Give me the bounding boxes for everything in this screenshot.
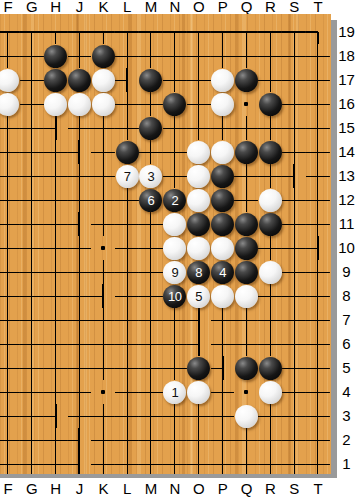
- point-O12[interactable]: [306, 260, 330, 284]
- black-stone[interactable]: [211, 165, 234, 188]
- point-T12[interactable]: [91, 284, 115, 308]
- point-M15[interactable]: [20, 164, 44, 188]
- point-K8[interactable]: [44, 380, 68, 404]
- point-R12[interactable]: [44, 284, 68, 308]
- point-K6[interactable]: [187, 428, 211, 452]
- white-stone-move-1[interactable]: 1: [163, 381, 186, 404]
- column-label-M: M: [145, 478, 158, 499]
- point-H17[interactable]: [258, 68, 282, 92]
- point-P13[interactable]: [115, 236, 139, 260]
- white-stone[interactable]: [235, 405, 258, 428]
- point-Q16[interactable]: [0, 140, 20, 164]
- point-H9[interactable]: [258, 332, 282, 356]
- point-S9[interactable]: [163, 356, 187, 380]
- point-Q18[interactable]: [282, 44, 306, 68]
- point-P9[interactable]: [91, 356, 115, 380]
- point-L11[interactable]: [0, 308, 20, 332]
- point-J17[interactable]: [282, 68, 306, 92]
- point-T17[interactable]: [44, 116, 68, 140]
- point-O5[interactable]: [282, 452, 306, 474]
- point-J10[interactable]: [282, 308, 306, 332]
- point-J6[interactable]: [163, 428, 187, 452]
- point-P8[interactable]: [282, 380, 306, 404]
- point-H7[interactable]: [115, 404, 139, 428]
- white-stone[interactable]: [187, 165, 210, 188]
- black-stone[interactable]: [235, 69, 258, 92]
- point-S7[interactable]: [44, 428, 68, 452]
- point-T9[interactable]: [211, 356, 235, 380]
- point-R17[interactable]: [0, 116, 20, 140]
- point-H6[interactable]: [139, 428, 163, 452]
- point-H18[interactable]: [68, 44, 92, 68]
- black-stone[interactable]: [259, 93, 282, 116]
- point-N6[interactable]: [258, 428, 282, 452]
- point-P7[interactable]: [306, 404, 330, 428]
- point-O7[interactable]: [282, 404, 306, 428]
- point-F11[interactable]: [115, 284, 139, 308]
- point-F15[interactable]: [91, 140, 115, 164]
- point-S14[interactable]: [44, 212, 68, 236]
- point-J18[interactable]: [115, 44, 139, 68]
- point-F9[interactable]: [211, 332, 235, 356]
- point-K10[interactable]: [306, 308, 330, 332]
- black-stone[interactable]: [235, 213, 258, 236]
- point-N8[interactable]: [139, 380, 163, 404]
- column-label-P: P: [218, 478, 228, 499]
- column-label-M: M: [145, 0, 158, 14]
- point-Q6[interactable]: [0, 452, 20, 474]
- white-stone[interactable]: [211, 141, 234, 164]
- white-stone[interactable]: [92, 93, 115, 116]
- point-H15[interactable]: [163, 140, 187, 164]
- point-T19[interactable]: [306, 20, 330, 44]
- point-L9[interactable]: [0, 356, 20, 380]
- column-label-J: J: [76, 0, 84, 14]
- point-R13[interactable]: [258, 236, 282, 260]
- point-N7[interactable]: [258, 404, 282, 428]
- point-O19[interactable]: [187, 20, 211, 44]
- white-stone[interactable]: [187, 237, 210, 260]
- point-G10[interactable]: [234, 308, 258, 332]
- point-K5[interactable]: [187, 452, 211, 474]
- row-label-19: 19: [337, 24, 356, 40]
- row-label-10: 10: [337, 240, 356, 256]
- point-M10[interactable]: [20, 332, 44, 356]
- point-H14[interactable]: [20, 188, 44, 212]
- point-F5[interactable]: [91, 452, 115, 474]
- point-T16[interactable]: [68, 140, 92, 164]
- black-stone[interactable]: [163, 93, 186, 116]
- point-R18[interactable]: [306, 44, 330, 68]
- point-H10[interactable]: [258, 308, 282, 332]
- point-G5[interactable]: [115, 452, 139, 474]
- point-K13[interactable]: [306, 212, 330, 236]
- point-M8[interactable]: [115, 380, 139, 404]
- point-L12[interactable]: [115, 260, 139, 284]
- black-stone[interactable]: [235, 261, 258, 284]
- point-M18[interactable]: [187, 44, 211, 68]
- point-S13[interactable]: [282, 236, 306, 260]
- point-Q17[interactable]: [306, 92, 330, 116]
- white-stone-move-7[interactable]: 7: [116, 165, 139, 188]
- point-N5[interactable]: [258, 452, 282, 474]
- point-S15[interactable]: [258, 164, 282, 188]
- point-R8[interactable]: [0, 404, 20, 428]
- white-stone[interactable]: [163, 213, 186, 236]
- point-K11[interactable]: [306, 284, 330, 308]
- move-number-label: 5: [195, 290, 202, 303]
- white-stone[interactable]: [187, 381, 210, 404]
- point-P6[interactable]: [306, 428, 330, 452]
- point-O10[interactable]: [68, 332, 92, 356]
- white-stone[interactable]: [92, 69, 115, 92]
- point-T14[interactable]: [68, 212, 92, 236]
- point-L6[interactable]: [211, 428, 235, 452]
- black-stone[interactable]: [116, 141, 139, 164]
- black-stone[interactable]: [211, 213, 234, 236]
- black-stone[interactable]: [92, 45, 115, 68]
- row-label-15: 15: [337, 120, 356, 136]
- point-O9[interactable]: [68, 356, 92, 380]
- black-stone[interactable]: [259, 357, 282, 380]
- point-S17[interactable]: [20, 116, 44, 140]
- point-M7[interactable]: [211, 404, 235, 428]
- black-stone-move-6[interactable]: 6: [139, 189, 162, 212]
- white-stone[interactable]: [235, 285, 258, 308]
- white-stone[interactable]: [259, 381, 282, 404]
- white-stone[interactable]: [0, 69, 19, 92]
- point-S8[interactable]: [20, 404, 44, 428]
- point-O16[interactable]: [282, 116, 306, 140]
- point-H12[interactable]: [44, 260, 68, 284]
- point-P5[interactable]: [306, 452, 330, 474]
- row-label-4: 4: [337, 384, 356, 400]
- column-label-L: L: [123, 478, 131, 499]
- white-stone[interactable]: [211, 93, 234, 116]
- point-N11[interactable]: [44, 308, 68, 332]
- point-K18[interactable]: [139, 44, 163, 68]
- point-H13[interactable]: [139, 212, 163, 236]
- point-M13[interactable]: [20, 236, 44, 260]
- point-P15[interactable]: [91, 164, 115, 188]
- point-G19[interactable]: [20, 20, 44, 44]
- white-stone[interactable]: [259, 189, 282, 212]
- point-Q7[interactable]: [0, 428, 20, 452]
- point-R9[interactable]: [139, 356, 163, 380]
- point-S10[interactable]: [163, 332, 187, 356]
- point-H19[interactable]: [44, 20, 68, 44]
- point-K12[interactable]: [91, 260, 115, 284]
- point-G7[interactable]: [91, 404, 115, 428]
- point-Q14[interactable]: [0, 212, 20, 236]
- column-label-P: P: [218, 0, 228, 14]
- point-L18[interactable]: [163, 44, 187, 68]
- point-T7[interactable]: [68, 428, 92, 452]
- point-N19[interactable]: [163, 20, 187, 44]
- point-R10[interactable]: [139, 332, 163, 356]
- point-M6[interactable]: [234, 428, 258, 452]
- point-T8[interactable]: [44, 404, 68, 428]
- point-Q13[interactable]: [139, 236, 163, 260]
- point-G12[interactable]: [20, 260, 44, 284]
- white-stone[interactable]: [211, 285, 234, 308]
- move-number-label: 2: [171, 194, 178, 207]
- point-F8[interactable]: [282, 356, 306, 380]
- point-T18[interactable]: [115, 68, 139, 92]
- black-stone[interactable]: [259, 141, 282, 164]
- point-R7[interactable]: [20, 428, 44, 452]
- point-N13[interactable]: [44, 236, 68, 260]
- white-stone[interactable]: [187, 189, 210, 212]
- point-P19[interactable]: [211, 20, 235, 44]
- white-stone[interactable]: [211, 69, 234, 92]
- point-G11[interactable]: [139, 284, 163, 308]
- column-label-F: F: [3, 478, 12, 499]
- point-J16[interactable]: [163, 116, 187, 140]
- point-H8[interactable]: [0, 380, 20, 404]
- point-F19[interactable]: [0, 20, 20, 44]
- point-O6[interactable]: [282, 428, 306, 452]
- point-J11[interactable]: [282, 284, 306, 308]
- point-J8[interactable]: [20, 380, 44, 404]
- point-P16[interactable]: [306, 116, 330, 140]
- point-G6[interactable]: [115, 428, 139, 452]
- point-L13[interactable]: [0, 236, 20, 260]
- column-label-Q: Q: [241, 478, 253, 499]
- point-P12[interactable]: [0, 284, 20, 308]
- black-stone[interactable]: [187, 213, 210, 236]
- point-J14[interactable]: [44, 188, 68, 212]
- white-stone-move-9[interactable]: 9: [163, 261, 186, 284]
- white-stone[interactable]: [163, 237, 186, 260]
- column-label-R: R: [265, 0, 276, 14]
- white-stone[interactable]: [44, 93, 67, 116]
- column-label-R: R: [265, 478, 276, 499]
- point-J13[interactable]: [282, 212, 306, 236]
- point-G13[interactable]: [115, 212, 139, 236]
- point-Q10[interactable]: [115, 332, 139, 356]
- black-stone[interactable]: [187, 357, 210, 380]
- board-grid: 73629841051: [0, 20, 330, 474]
- point-P14[interactable]: [306, 188, 330, 212]
- point-F10[interactable]: [211, 308, 235, 332]
- point-L15[interactable]: [0, 164, 20, 188]
- point-K19[interactable]: [91, 20, 115, 44]
- point-R14[interactable]: [20, 212, 44, 236]
- point-G15[interactable]: [139, 140, 163, 164]
- point-S6[interactable]: [44, 452, 68, 474]
- point-S19[interactable]: [282, 20, 306, 44]
- point-S18[interactable]: [20, 68, 44, 92]
- point-H5[interactable]: [139, 452, 163, 474]
- point-P11[interactable]: [91, 308, 115, 332]
- point-G9[interactable]: [234, 332, 258, 356]
- point-N17[interactable]: [139, 92, 163, 116]
- point-J5[interactable]: [163, 452, 187, 474]
- point-O8[interactable]: [211, 380, 235, 404]
- column-label-S: S: [289, 0, 299, 14]
- row-label-8: 8: [337, 288, 356, 304]
- point-F14[interactable]: [306, 164, 330, 188]
- white-stone-move-5[interactable]: 5: [187, 285, 210, 308]
- point-G8[interactable]: [306, 356, 330, 380]
- point-L8[interactable]: [68, 380, 92, 404]
- point-J15[interactable]: [282, 140, 306, 164]
- point-R6[interactable]: [20, 452, 44, 474]
- point-G14[interactable]: [0, 188, 20, 212]
- column-label-F: F: [3, 0, 12, 14]
- point-F7[interactable]: [68, 404, 92, 428]
- point-M5[interactable]: [234, 452, 258, 474]
- row-label-12: 12: [337, 192, 356, 208]
- point-H11[interactable]: [258, 284, 282, 308]
- point-K7[interactable]: [163, 404, 187, 428]
- black-stone[interactable]: [235, 237, 258, 260]
- black-stone[interactable]: [139, 69, 162, 92]
- point-M12[interactable]: [139, 260, 163, 284]
- point-O17[interactable]: [187, 92, 211, 116]
- right-coordinates: 19181716151413121110987654321: [337, 0, 356, 500]
- point-N18[interactable]: [211, 44, 235, 68]
- point-K16[interactable]: [187, 116, 211, 140]
- point-P10[interactable]: [91, 332, 115, 356]
- white-stone[interactable]: [68, 93, 91, 116]
- point-Q19[interactable]: [234, 20, 258, 44]
- point-L17[interactable]: [20, 92, 44, 116]
- point-G16[interactable]: [91, 116, 115, 140]
- point-S16[interactable]: [44, 140, 68, 164]
- black-stone[interactable]: [139, 117, 162, 140]
- go-diagram: { "game": "go", "board": { "size": 19, "…: [0, 0, 356, 500]
- point-J12[interactable]: [68, 260, 92, 284]
- point-N12[interactable]: [282, 260, 306, 284]
- point-M9[interactable]: [20, 356, 44, 380]
- point-O14[interactable]: [282, 188, 306, 212]
- point-G18[interactable]: [20, 44, 44, 68]
- point-Q11[interactable]: [115, 308, 139, 332]
- point-Q12[interactable]: [20, 284, 44, 308]
- white-stone[interactable]: [259, 261, 282, 284]
- point-O18[interactable]: [234, 44, 258, 68]
- black-stone[interactable]: [235, 357, 258, 380]
- black-stone[interactable]: [211, 189, 234, 212]
- black-stone[interactable]: [44, 45, 67, 68]
- point-M14[interactable]: [115, 188, 139, 212]
- white-stone[interactable]: [187, 141, 210, 164]
- point-Q15[interactable]: [163, 164, 187, 188]
- column-label-G: G: [26, 478, 38, 499]
- column-label-G: G: [26, 0, 38, 14]
- point-N10[interactable]: [44, 332, 68, 356]
- point-F17[interactable]: [163, 68, 187, 92]
- point-G17[interactable]: [187, 68, 211, 92]
- black-stone-move-8[interactable]: 8: [187, 261, 210, 284]
- point-R19[interactable]: [258, 20, 282, 44]
- column-label-T: T: [313, 0, 322, 14]
- star-point-Q4: [244, 390, 248, 394]
- point-L14[interactable]: [91, 188, 115, 212]
- point-O13[interactable]: [68, 236, 92, 260]
- point-F12[interactable]: [0, 260, 20, 284]
- point-M17[interactable]: [115, 92, 139, 116]
- star-point-K4: [101, 390, 105, 394]
- point-S11[interactable]: [163, 308, 187, 332]
- point-T15[interactable]: [282, 164, 306, 188]
- point-R16[interactable]: [20, 140, 44, 164]
- point-T10[interactable]: [187, 332, 211, 356]
- point-Q9[interactable]: [115, 356, 139, 380]
- column-label-Q: Q: [241, 0, 253, 14]
- point-H16[interactable]: [115, 116, 139, 140]
- black-stone[interactable]: [259, 213, 282, 236]
- black-stone[interactable]: [68, 69, 91, 92]
- move-number-label: 6: [148, 194, 155, 207]
- white-stone-move-3[interactable]: 3: [139, 165, 162, 188]
- point-L7[interactable]: [187, 404, 211, 428]
- column-label-S: S: [289, 478, 299, 499]
- point-K9[interactable]: [306, 332, 330, 356]
- point-T13[interactable]: [306, 236, 330, 260]
- point-M16[interactable]: [234, 116, 258, 140]
- point-P18[interactable]: [258, 44, 282, 68]
- point-Q8[interactable]: [306, 380, 330, 404]
- white-stone[interactable]: [0, 93, 19, 116]
- point-T11[interactable]: [187, 308, 211, 332]
- point-F18[interactable]: [0, 44, 20, 68]
- point-S12[interactable]: [68, 284, 92, 308]
- column-label-N: N: [170, 478, 181, 499]
- black-stone[interactable]: [44, 69, 67, 92]
- point-K14[interactable]: [68, 188, 92, 212]
- point-J19[interactable]: [68, 20, 92, 44]
- point-N15[interactable]: [44, 164, 68, 188]
- column-label-N: N: [170, 0, 181, 14]
- point-K15[interactable]: [306, 140, 330, 164]
- point-L19[interactable]: [115, 20, 139, 44]
- point-P17[interactable]: [282, 92, 306, 116]
- black-stone-move-10[interactable]: 10: [163, 285, 186, 308]
- point-R15[interactable]: [234, 164, 258, 188]
- point-N16[interactable]: [258, 116, 282, 140]
- point-K17[interactable]: [306, 68, 330, 92]
- point-L10[interactable]: [0, 332, 20, 356]
- point-F13[interactable]: [91, 212, 115, 236]
- point-N9[interactable]: [44, 356, 68, 380]
- row-label-13: 13: [337, 168, 356, 184]
- move-number-label: 4: [219, 266, 226, 279]
- point-L5[interactable]: [211, 452, 235, 474]
- point-L16[interactable]: [211, 116, 235, 140]
- row-label-1: 1: [337, 456, 356, 472]
- star-point-Q16: [244, 102, 248, 106]
- point-R11[interactable]: [139, 308, 163, 332]
- black-stone-move-2[interactable]: 2: [163, 189, 186, 212]
- black-stone[interactable]: [235, 141, 258, 164]
- point-O11[interactable]: [68, 308, 92, 332]
- black-stone-move-4[interactable]: 4: [211, 261, 234, 284]
- point-F16[interactable]: [68, 116, 92, 140]
- point-M11[interactable]: [20, 308, 44, 332]
- white-stone[interactable]: [211, 237, 234, 260]
- point-N14[interactable]: [234, 188, 258, 212]
- point-O15[interactable]: [68, 164, 92, 188]
- column-label-O: O: [193, 478, 205, 499]
- point-J9[interactable]: [282, 332, 306, 356]
- point-T6[interactable]: [68, 452, 92, 474]
- point-M19[interactable]: [139, 20, 163, 44]
- point-F6[interactable]: [91, 428, 115, 452]
- point-J7[interactable]: [139, 404, 163, 428]
